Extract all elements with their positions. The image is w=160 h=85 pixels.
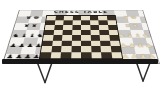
right-leg-back-prong <box>143 62 151 82</box>
white-tray-row: ♛♚ <box>116 16 144 20</box>
white-knight-piece: ♞ <box>118 33 126 38</box>
black-knight-piece: ♞ <box>36 33 44 38</box>
white-tray-row: ♟♟♟♟ <box>120 43 152 48</box>
left-leg-back-prong <box>45 63 52 83</box>
black-tray-row: ♞♝♝♞ <box>13 33 43 38</box>
black-pawn-piece: ♟ <box>34 43 42 48</box>
white-tray-row: ♞♝♝♞ <box>119 33 149 38</box>
white-bishop-piece: ♝ <box>126 33 134 38</box>
white-rook-piece: ♜ <box>124 24 132 28</box>
white-tray-row: ♜♜ <box>117 24 146 28</box>
black-pawn-piece: ♟ <box>26 43 35 48</box>
board-square <box>71 52 81 58</box>
board-square <box>50 52 61 58</box>
table-front-edge <box>2 59 158 64</box>
white-knight-piece: ♞ <box>142 33 150 38</box>
white-pawn-piece: ♟ <box>128 43 137 48</box>
chess-table-photo: CHESS TABLE ♛♚♜♜♞♝♝♞♟♟♟♟♟♟♟♟ ♛♚♜♜♞♝♝♞♟♟♟… <box>0 0 160 85</box>
black-bishop-piece: ♝ <box>28 33 36 38</box>
white-king-piece: ♚ <box>129 16 137 20</box>
white-rook-piece: ♜ <box>131 24 139 28</box>
board-square <box>60 52 71 58</box>
left-leg-front-prong <box>38 63 46 83</box>
white-pawn-piece: ♟ <box>144 43 153 48</box>
white-pawn-piece: ♟ <box>119 43 127 48</box>
white-queen-piece: ♛ <box>122 16 129 20</box>
black-rook-piece: ♜ <box>30 24 38 28</box>
white-bishop-piece: ♝ <box>134 33 142 38</box>
table-title-text: CHESS TABLE <box>19 11 144 14</box>
board-square <box>81 52 91 58</box>
black-tray-row: ♟♟♟♟ <box>10 43 42 48</box>
table-top: CHESS TABLE ♛♚♜♜♞♝♝♞♟♟♟♟♟♟♟♟ ♛♚♜♜♞♝♝♞♟♟♟… <box>2 10 160 64</box>
black-king-piece: ♚ <box>32 16 39 20</box>
black-pawn-piece: ♟ <box>17 43 26 48</box>
black-tray-row: ♛♚ <box>18 16 46 20</box>
black-tray-row: ♜♜ <box>16 24 45 28</box>
board-square <box>91 52 102 58</box>
chess-board <box>39 15 123 59</box>
white-pawn-piece: ♟ <box>136 43 145 48</box>
right-leg-front-prong <box>137 63 144 82</box>
